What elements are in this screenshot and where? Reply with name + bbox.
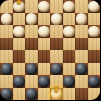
square-r5c2[interactable] — [25, 63, 38, 76]
square-r4c2[interactable] — [25, 50, 38, 63]
square-r1c5[interactable] — [63, 13, 76, 26]
square-r2c7[interactable] — [88, 25, 101, 38]
square-r7c7[interactable] — [88, 88, 101, 101]
checkers-board: ♛♛ — [0, 0, 100, 100]
square-r2c3[interactable] — [38, 25, 51, 38]
white-king-piece[interactable]: ♛ — [51, 88, 63, 100]
black-man-piece[interactable] — [1, 88, 13, 100]
square-r3c1[interactable] — [13, 38, 26, 51]
square-r2c4[interactable] — [50, 25, 63, 38]
square-r2c6[interactable] — [75, 25, 88, 38]
square-r6c0[interactable] — [0, 75, 13, 88]
square-r4c0[interactable] — [0, 50, 13, 63]
square-r3c0[interactable] — [0, 38, 13, 51]
square-r5c5[interactable] — [63, 63, 76, 76]
square-r1c1[interactable] — [13, 13, 26, 26]
square-r0c0[interactable] — [0, 0, 13, 13]
square-r4c3[interactable] — [38, 50, 51, 63]
square-r7c4[interactable]: ♛ — [50, 88, 63, 101]
square-r7c6[interactable] — [75, 88, 88, 101]
white-man-piece[interactable] — [1, 13, 13, 25]
white-man-piece[interactable] — [13, 26, 25, 38]
square-r3c6[interactable] — [75, 38, 88, 51]
square-r7c3[interactable] — [38, 88, 51, 101]
square-r3c5[interactable] — [63, 38, 76, 51]
square-r5c0[interactable] — [0, 63, 13, 76]
square-r1c6[interactable] — [75, 13, 88, 26]
square-r4c5[interactable] — [63, 50, 76, 63]
white-man-piece[interactable] — [38, 1, 50, 13]
square-r0c1[interactable]: ♛ — [13, 0, 26, 13]
square-r0c6[interactable] — [75, 0, 88, 13]
black-man-piece[interactable] — [38, 76, 50, 88]
white-man-piece[interactable] — [63, 1, 75, 13]
square-r0c3[interactable] — [38, 0, 51, 13]
square-r4c7[interactable] — [88, 50, 101, 63]
square-r6c5[interactable] — [63, 75, 76, 88]
square-r6c2[interactable] — [25, 75, 38, 88]
white-man-piece[interactable] — [26, 13, 38, 25]
square-r1c0[interactable] — [0, 13, 13, 26]
square-r5c1[interactable] — [13, 63, 26, 76]
square-r6c6[interactable] — [75, 75, 88, 88]
square-r4c6[interactable] — [75, 50, 88, 63]
white-man-piece[interactable] — [88, 26, 100, 38]
square-r0c5[interactable] — [63, 0, 76, 13]
square-r5c7[interactable] — [88, 63, 101, 76]
square-r3c7[interactable] — [88, 38, 101, 51]
white-man-piece[interactable] — [76, 13, 88, 25]
crown-icon: ♛ — [15, 0, 22, 6]
square-r0c2[interactable] — [25, 0, 38, 13]
square-r6c3[interactable] — [38, 75, 51, 88]
square-r0c4[interactable] — [50, 0, 63, 13]
square-r1c7[interactable] — [88, 13, 101, 26]
square-r2c2[interactable] — [25, 25, 38, 38]
square-r3c4[interactable] — [50, 38, 63, 51]
white-king-piece[interactable]: ♛ — [13, 1, 25, 13]
black-man-piece[interactable] — [13, 76, 25, 88]
square-r2c1[interactable] — [13, 25, 26, 38]
square-r7c5[interactable] — [63, 88, 76, 101]
square-r6c7[interactable] — [88, 75, 101, 88]
black-man-piece[interactable] — [1, 63, 13, 75]
square-r7c2[interactable] — [25, 88, 38, 101]
black-man-piece[interactable] — [76, 63, 88, 75]
black-man-piece[interactable] — [88, 76, 100, 88]
black-man-piece[interactable] — [51, 63, 63, 75]
white-man-piece[interactable] — [63, 26, 75, 38]
black-man-piece[interactable] — [63, 76, 75, 88]
square-r5c6[interactable] — [75, 63, 88, 76]
square-r1c4[interactable] — [50, 13, 63, 26]
square-r1c3[interactable] — [38, 13, 51, 26]
square-r4c4[interactable] — [50, 50, 63, 63]
square-r7c1[interactable] — [13, 88, 26, 101]
black-man-piece[interactable] — [26, 88, 38, 100]
square-r4c1[interactable] — [13, 50, 26, 63]
square-r3c3[interactable] — [38, 38, 51, 51]
square-r1c2[interactable] — [25, 13, 38, 26]
white-man-piece[interactable] — [88, 1, 100, 13]
white-man-piece[interactable] — [51, 13, 63, 25]
square-r5c3[interactable] — [38, 63, 51, 76]
square-r5c4[interactable] — [50, 63, 63, 76]
square-r3c2[interactable] — [25, 38, 38, 51]
black-man-piece[interactable] — [26, 63, 38, 75]
square-r0c7[interactable] — [88, 0, 101, 13]
square-r2c5[interactable] — [63, 25, 76, 38]
square-r2c0[interactable] — [0, 25, 13, 38]
square-r6c4[interactable] — [50, 75, 63, 88]
white-man-piece[interactable] — [38, 26, 50, 38]
square-r6c1[interactable] — [13, 75, 26, 88]
square-r7c0[interactable] — [0, 88, 13, 101]
